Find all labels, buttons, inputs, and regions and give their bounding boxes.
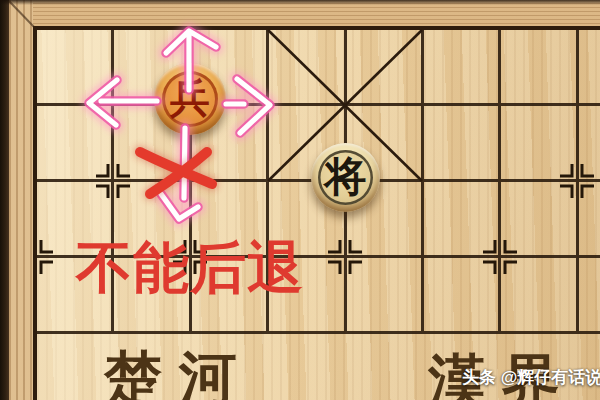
board-cell [501,30,578,106]
board-cell [347,30,424,106]
board-frame-left [9,0,33,400]
board-cell [424,182,501,258]
red-soldier-piece[interactable]: 兵 [154,63,226,135]
board-cell [424,30,501,106]
board-cell [501,258,578,334]
board-cell [37,30,114,106]
board-cell [37,106,114,182]
black-general-glyph: 将 [325,156,367,198]
red-soldier-glyph: 兵 [170,78,210,118]
board-cell [579,30,600,106]
board-cell [347,258,424,334]
board-cell [424,106,501,182]
board-cell [424,258,501,334]
black-general-face: 将 [318,150,373,205]
board-cell [501,182,578,258]
black-general-piece[interactable]: 将 [311,143,380,212]
board-cell [579,258,600,334]
annotation-text: 不能后退 [76,240,304,296]
board-cell [501,106,578,182]
board-cell [579,106,600,182]
board-edge-top [0,0,600,5]
watermark-text: 头条 @辉仔有话说 [462,366,600,389]
board-cell [269,30,346,106]
river-label-chu: 楚河 [104,349,254,400]
board-cell [579,182,600,258]
xiangqi-diagram: 楚河 漢界 兵 将 [0,0,600,400]
board-edge-shadow [0,0,9,400]
red-soldier-face: 兵 [162,71,218,127]
